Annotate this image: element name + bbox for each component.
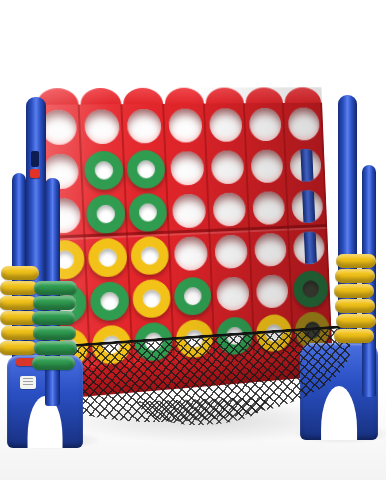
spare-ring-yellow — [0, 341, 37, 355]
right-yellow-ring-stack — [335, 254, 375, 344]
empty-hole — [127, 108, 162, 143]
brand-sticker — [20, 376, 36, 389]
cell-r4c2 — [85, 234, 129, 280]
cell-r5c4 — [171, 273, 213, 318]
empty-hole — [174, 236, 208, 271]
cell-r2c6 — [247, 145, 288, 188]
disc-yellow — [130, 235, 169, 275]
cell-r3c2 — [83, 191, 127, 236]
empty-hole — [212, 192, 246, 227]
disc-green — [126, 149, 165, 188]
disc-green — [293, 269, 329, 307]
empty-hole — [168, 108, 202, 142]
spare-ring-yellow — [335, 299, 375, 313]
spare-ring-green — [34, 341, 77, 355]
empty-hole — [172, 193, 206, 228]
empty-hole — [249, 107, 282, 140]
cell-r1c2 — [80, 104, 125, 148]
cell-r5c3 — [130, 276, 173, 322]
disc-yellow — [88, 237, 128, 277]
cell-r1c6 — [245, 103, 286, 145]
empty-hole — [256, 274, 289, 309]
cell-r5c5 — [212, 271, 254, 315]
disc-green — [173, 276, 211, 316]
left-green-ring-stack — [33, 281, 76, 371]
empty-hole — [84, 109, 120, 144]
spare-ring-yellow — [336, 254, 376, 268]
cell-r3c7 — [287, 185, 327, 228]
disc-green — [128, 192, 167, 232]
cell-r2c3 — [124, 147, 168, 191]
empty-hole — [214, 234, 248, 269]
empty-hole — [252, 191, 285, 225]
cell-r1c7 — [284, 103, 324, 145]
cell-r5c2 — [87, 278, 131, 324]
cell-r4c4 — [170, 231, 212, 276]
empty-hole — [209, 108, 243, 142]
disc-green — [84, 150, 124, 190]
empty-hole — [288, 107, 320, 140]
spare-ring-green — [32, 356, 75, 370]
empty-hole — [216, 276, 250, 311]
disc-green — [90, 280, 130, 321]
cell-r3c4 — [168, 188, 211, 232]
cell-r2c7 — [286, 144, 326, 186]
spare-ring-yellow — [335, 269, 375, 283]
cell-r1c3 — [122, 104, 166, 148]
connect-four-product-photo — [0, 0, 386, 480]
empty-hole — [250, 149, 283, 183]
spare-ring-yellow — [334, 329, 374, 343]
red-slider-knob — [30, 169, 40, 178]
cell-r2c2 — [82, 148, 127, 193]
cell-r1c5 — [205, 103, 247, 146]
disc-green — [86, 194, 126, 234]
cell-r1c4 — [164, 104, 207, 147]
cell-r3c3 — [126, 190, 169, 235]
spare-ring-green — [32, 311, 75, 325]
spare-ring-green — [33, 326, 76, 340]
empty-hole — [170, 151, 204, 186]
spare-ring-green — [34, 281, 77, 295]
spare-ring-green — [33, 296, 76, 310]
right-foot-arch-cutout — [321, 386, 357, 440]
cell-r2c4 — [166, 146, 209, 190]
cell-r4c7 — [289, 226, 329, 269]
disc-yellow — [132, 278, 171, 318]
cell-r4c3 — [128, 233, 171, 278]
spare-ring-yellow — [1, 266, 39, 280]
cell-r5c6 — [252, 269, 293, 313]
spare-ring-yellow — [0, 296, 37, 310]
cell-r3c6 — [248, 186, 289, 229]
cell-r5c7 — [291, 267, 331, 310]
cell-r2c5 — [207, 145, 249, 188]
spare-ring-yellow — [336, 314, 376, 328]
empty-hole — [211, 150, 245, 184]
cell-r3c5 — [208, 187, 250, 231]
empty-hole — [293, 230, 325, 264]
height-adjust-slot — [31, 151, 39, 167]
empty-hole — [254, 232, 287, 266]
cell-r4c5 — [210, 229, 252, 273]
empty-hole — [289, 148, 321, 181]
empty-hole — [291, 189, 323, 223]
cell-r4c6 — [250, 228, 291, 272]
spare-ring-yellow — [334, 284, 374, 298]
